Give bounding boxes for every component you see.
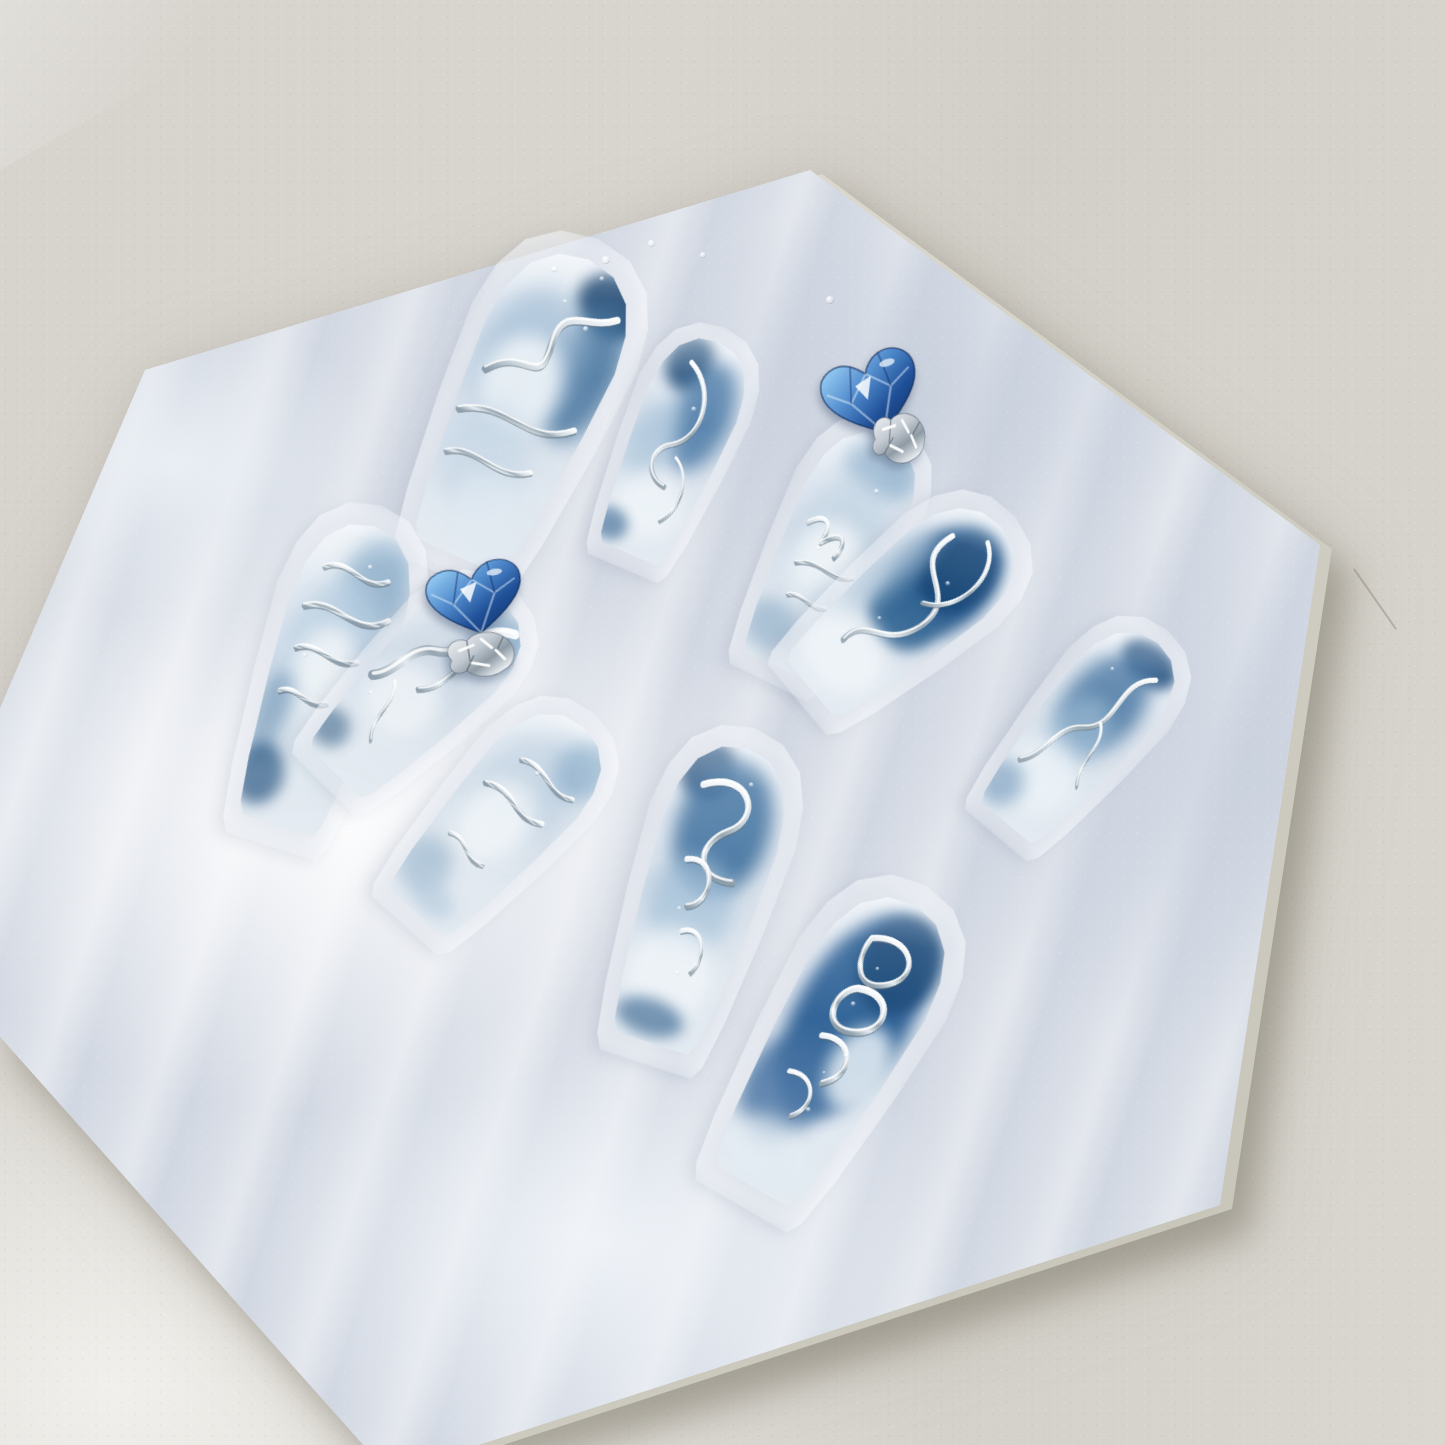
- tile-wrapper: [0, 0, 1445, 1445]
- tile-droplet: [648, 240, 655, 247]
- hexagon-tile: [0, 0, 1445, 1445]
- silver-crystal-charm: [427, 624, 533, 687]
- tile-droplet: [826, 296, 834, 304]
- tile-glitter-shimmer: [0, 0, 1445, 1445]
- tile-droplet: [700, 252, 706, 258]
- silver-crystal-charm: [854, 401, 942, 476]
- tile-droplet: [602, 256, 610, 264]
- tile-droplet: [583, 326, 589, 332]
- photo-canvas: Ten handmade coffin-shaped press-on nail…: [0, 0, 1445, 1445]
